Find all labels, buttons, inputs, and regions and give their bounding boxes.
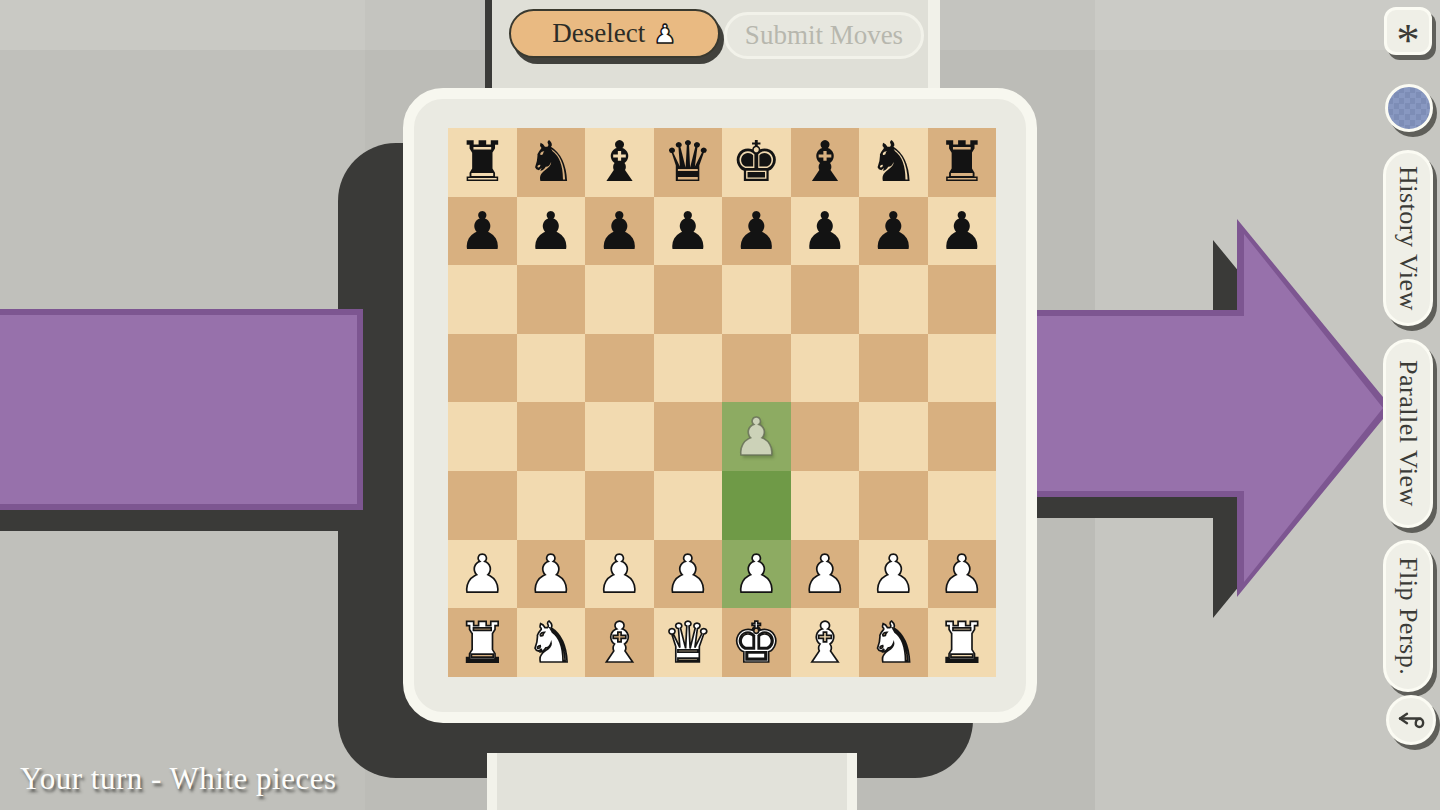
square-c6[interactable] — [585, 265, 654, 334]
parallel-view-label: Parallel View — [1393, 360, 1423, 507]
square-h7[interactable]: ♟ — [928, 197, 997, 266]
black-pawn-c7: ♟ — [596, 205, 643, 257]
submit-moves-label: Submit Moves — [745, 20, 903, 51]
black-king-e8: ♚ — [731, 134, 781, 190]
white-pawn-e2: ♟ — [733, 548, 780, 600]
square-c7[interactable]: ♟ — [585, 197, 654, 266]
square-d6[interactable] — [654, 265, 723, 334]
square-h8[interactable]: ♜ — [928, 128, 997, 197]
square-b7[interactable]: ♟ — [517, 197, 586, 266]
square-c4[interactable] — [585, 402, 654, 471]
black-pawn-d7: ♟ — [664, 205, 711, 257]
white-pawn-b2: ♟ — [527, 548, 574, 600]
square-e2[interactable]: ♟ — [722, 540, 791, 609]
square-g7[interactable]: ♟ — [859, 197, 928, 266]
submit-moves-button[interactable]: Submit Moves — [724, 12, 924, 59]
square-b5[interactable] — [517, 334, 586, 403]
square-b6[interactable] — [517, 265, 586, 334]
undo-button[interactable] — [1386, 695, 1436, 745]
square-h3[interactable] — [928, 471, 997, 540]
square-g6[interactable] — [859, 265, 928, 334]
loop-arrow-icon — [1394, 709, 1428, 732]
square-b2[interactable]: ♟ — [517, 540, 586, 609]
square-c8[interactable]: ♝ — [585, 128, 654, 197]
square-f3[interactable] — [791, 471, 860, 540]
square-a6[interactable] — [448, 265, 517, 334]
black-queen-d8: ♛ — [663, 134, 713, 190]
black-pawn-b7: ♟ — [527, 205, 574, 257]
square-d1[interactable]: ♛ — [654, 608, 723, 677]
square-b4[interactable] — [517, 402, 586, 471]
square-a8[interactable]: ♜ — [448, 128, 517, 197]
history-view-button[interactable]: History View — [1383, 150, 1433, 326]
square-e7[interactable]: ♟ — [722, 197, 791, 266]
white-rook-h1: ♜ — [937, 615, 987, 671]
black-bishop-f8: ♝ — [800, 134, 850, 190]
square-a4[interactable] — [448, 402, 517, 471]
square-g4[interactable] — [859, 402, 928, 471]
white-rook-a1: ♜ — [457, 615, 507, 671]
white-pawn-g2: ♟ — [870, 548, 917, 600]
black-pawn-h7: ♟ — [938, 205, 985, 257]
square-h2[interactable]: ♟ — [928, 540, 997, 609]
black-knight-b8: ♞ — [526, 134, 576, 190]
ghost-white-pawn-e4: ♟ — [733, 411, 780, 463]
white-bishop-c1: ♝ — [594, 615, 644, 671]
black-knight-g8: ♞ — [868, 134, 918, 190]
square-f2[interactable]: ♟ — [791, 540, 860, 609]
square-h6[interactable] — [928, 265, 997, 334]
white-king-e1: ♚ — [731, 615, 781, 671]
black-bishop-c8: ♝ — [594, 134, 644, 190]
black-rook-h8: ♜ — [937, 134, 987, 190]
square-e1[interactable]: ♚ — [722, 608, 791, 677]
square-f7[interactable]: ♟ — [791, 197, 860, 266]
orb-button[interactable] — [1385, 84, 1433, 132]
black-pawn-a7: ♟ — [459, 205, 506, 257]
square-d8[interactable]: ♛ — [654, 128, 723, 197]
timeline-strip-top-shadow — [485, 0, 492, 96]
timeline-strip-top-edge — [928, 0, 940, 96]
timeline-strip-bottom-edge — [487, 753, 497, 810]
square-d7[interactable]: ♟ — [654, 197, 723, 266]
white-pawn-h2: ♟ — [938, 548, 985, 600]
flip-perspective-label: Flip Persp. — [1393, 557, 1423, 675]
square-e5[interactable] — [722, 334, 791, 403]
square-c1[interactable]: ♝ — [585, 608, 654, 677]
black-pawn-e7: ♟ — [733, 205, 780, 257]
square-g2[interactable]: ♟ — [859, 540, 928, 609]
square-d4[interactable] — [654, 402, 723, 471]
square-b3[interactable] — [517, 471, 586, 540]
square-a3[interactable] — [448, 471, 517, 540]
turn-status-text: Your turn - White pieces — [20, 761, 337, 797]
deselect-label: Deselect — [552, 18, 645, 49]
square-b8[interactable]: ♞ — [517, 128, 586, 197]
square-c3[interactable] — [585, 471, 654, 540]
square-h5[interactable] — [928, 334, 997, 403]
white-knight-b1: ♞ — [526, 615, 576, 671]
deselect-button[interactable]: Deselect ♟ — [509, 9, 720, 58]
background-tile — [0, 0, 365, 50]
asterisk-label: * — [1396, 13, 1420, 67]
square-d3[interactable] — [654, 471, 723, 540]
chess-board: ♜♞♝♛♚♝♞♜♟♟♟♟♟♟♟♟♟♟♟♟♟♟♟♟♟♜♞♝♛♚♝♞♜ — [448, 128, 996, 677]
square-e8[interactable]: ♚ — [722, 128, 791, 197]
square-f4[interactable] — [791, 402, 860, 471]
app-window: ♜♞♝♛♚♝♞♜♟♟♟♟♟♟♟♟♟♟♟♟♟♟♟♟♟♜♞♝♛♚♝♞♜ Desele… — [0, 0, 1440, 810]
square-a1[interactable]: ♜ — [448, 608, 517, 677]
square-d5[interactable] — [654, 334, 723, 403]
black-rook-a8: ♜ — [457, 134, 507, 190]
square-d2[interactable]: ♟ — [654, 540, 723, 609]
timeline-arrow-left — [0, 315, 357, 504]
parallel-view-button[interactable]: Parallel View — [1383, 339, 1433, 528]
white-pawn-d2: ♟ — [664, 548, 711, 600]
square-f1[interactable]: ♝ — [791, 608, 860, 677]
white-pawn-a2: ♟ — [459, 548, 506, 600]
white-pawn-c2: ♟ — [596, 548, 643, 600]
square-b1[interactable]: ♞ — [517, 608, 586, 677]
square-e3[interactable] — [722, 471, 791, 540]
square-f5[interactable] — [791, 334, 860, 403]
history-view-label: History View — [1393, 166, 1423, 311]
asterisk-button[interactable]: * — [1384, 7, 1432, 55]
timeline-strip-bottom-edge — [847, 753, 857, 810]
flip-perspective-button[interactable]: Flip Persp. — [1383, 540, 1433, 692]
square-g3[interactable] — [859, 471, 928, 540]
square-e6[interactable] — [722, 265, 791, 334]
white-bishop-f1: ♝ — [800, 615, 850, 671]
square-h1[interactable]: ♜ — [928, 608, 997, 677]
black-pawn-f7: ♟ — [801, 205, 848, 257]
square-e4[interactable]: ♟ — [722, 402, 791, 471]
black-pawn-g7: ♟ — [870, 205, 917, 257]
white-pawn-icon: ♟ — [653, 21, 676, 47]
white-pawn-f2: ♟ — [801, 548, 848, 600]
square-c5[interactable] — [585, 334, 654, 403]
square-a5[interactable] — [448, 334, 517, 403]
white-knight-g1: ♞ — [868, 615, 918, 671]
square-a2[interactable]: ♟ — [448, 540, 517, 609]
square-g8[interactable]: ♞ — [859, 128, 928, 197]
square-c2[interactable]: ♟ — [585, 540, 654, 609]
timeline-strip-bottom — [497, 753, 847, 810]
square-g1[interactable]: ♞ — [859, 608, 928, 677]
square-a7[interactable]: ♟ — [448, 197, 517, 266]
square-f6[interactable] — [791, 265, 860, 334]
square-g5[interactable] — [859, 334, 928, 403]
square-h4[interactable] — [928, 402, 997, 471]
square-f8[interactable]: ♝ — [791, 128, 860, 197]
white-queen-d1: ♛ — [663, 615, 713, 671]
